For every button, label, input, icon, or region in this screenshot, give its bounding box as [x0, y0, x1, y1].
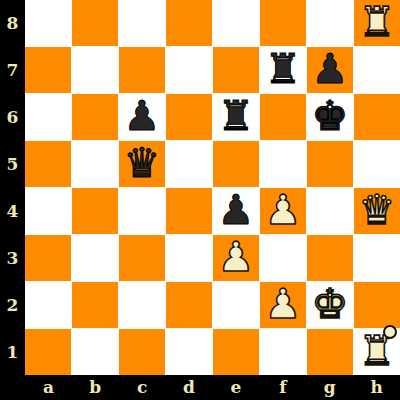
square-e8[interactable] [213, 0, 259, 46]
black-queen[interactable]: ♛ [124, 143, 161, 184]
file-label-a: a [25, 375, 72, 400]
rank-label-4: 4 [0, 188, 25, 235]
square-d8[interactable] [166, 0, 212, 46]
rank-label-3: 3 [0, 234, 25, 281]
white-king[interactable]: ♚ [312, 284, 349, 325]
square-a1[interactable] [25, 329, 71, 375]
square-b1[interactable] [72, 329, 118, 375]
square-e4[interactable]: ♟ [213, 188, 259, 234]
square-g8[interactable] [307, 0, 353, 46]
square-b6[interactable] [72, 94, 118, 140]
square-h8[interactable]: ♜ [354, 0, 400, 46]
rank-label-5: 5 [0, 141, 25, 188]
square-a3[interactable] [25, 235, 71, 281]
file-label-b: b [72, 375, 119, 400]
board: ♜♜♟♟♜♚♛♟♟♛♟♟♚♜ [25, 0, 400, 375]
black-rook[interactable]: ♜ [265, 49, 302, 90]
square-g6[interactable]: ♚ [307, 94, 353, 140]
square-a2[interactable] [25, 282, 71, 328]
rank-labels: 87654321 [0, 0, 25, 375]
file-label-g: g [306, 375, 353, 400]
square-b4[interactable] [72, 188, 118, 234]
square-b3[interactable] [72, 235, 118, 281]
square-a4[interactable] [25, 188, 71, 234]
square-f1[interactable] [260, 329, 306, 375]
square-f6[interactable] [260, 94, 306, 140]
rank-label-7: 7 [0, 47, 25, 94]
square-c6[interactable]: ♟ [119, 94, 165, 140]
square-c8[interactable] [119, 0, 165, 46]
black-pawn[interactable]: ♟ [124, 96, 161, 137]
square-g5[interactable] [307, 141, 353, 187]
square-b8[interactable] [72, 0, 118, 46]
rank-label-2: 2 [0, 281, 25, 328]
file-labels: abcdefgh [25, 375, 400, 400]
square-c3[interactable] [119, 235, 165, 281]
white-pawn[interactable]: ♟ [265, 284, 302, 325]
square-e7[interactable] [213, 47, 259, 93]
square-d4[interactable] [166, 188, 212, 234]
square-b2[interactable] [72, 282, 118, 328]
square-d3[interactable] [166, 235, 212, 281]
black-rook[interactable]: ♜ [218, 96, 255, 137]
square-h7[interactable] [354, 47, 400, 93]
square-a5[interactable] [25, 141, 71, 187]
square-b7[interactable] [72, 47, 118, 93]
square-f7[interactable]: ♜ [260, 47, 306, 93]
square-c7[interactable] [119, 47, 165, 93]
file-label-e: e [213, 375, 260, 400]
black-pawn[interactable]: ♟ [312, 49, 349, 90]
square-g3[interactable] [307, 235, 353, 281]
square-h6[interactable] [354, 94, 400, 140]
rank-label-8: 8 [0, 0, 25, 47]
square-g2[interactable]: ♚ [307, 282, 353, 328]
white-queen[interactable]: ♛ [359, 190, 396, 231]
square-d6[interactable] [166, 94, 212, 140]
square-e2[interactable] [213, 282, 259, 328]
file-label-f: f [259, 375, 306, 400]
square-c2[interactable] [119, 282, 165, 328]
square-f8[interactable] [260, 0, 306, 46]
black-king[interactable]: ♚ [312, 96, 349, 137]
square-h3[interactable] [354, 235, 400, 281]
square-d2[interactable] [166, 282, 212, 328]
square-a7[interactable] [25, 47, 71, 93]
square-g4[interactable] [307, 188, 353, 234]
file-label-c: c [119, 375, 166, 400]
square-f4[interactable]: ♟ [260, 188, 306, 234]
square-a6[interactable] [25, 94, 71, 140]
white-pawn[interactable]: ♟ [218, 237, 255, 278]
square-g1[interactable] [307, 329, 353, 375]
square-e6[interactable]: ♜ [213, 94, 259, 140]
file-label-d: d [166, 375, 213, 400]
square-c4[interactable] [119, 188, 165, 234]
square-c5[interactable]: ♛ [119, 141, 165, 187]
square-e1[interactable] [213, 329, 259, 375]
square-h5[interactable] [354, 141, 400, 187]
square-h2[interactable] [354, 282, 400, 328]
square-f2[interactable]: ♟ [260, 282, 306, 328]
square-f3[interactable] [260, 235, 306, 281]
square-h4[interactable]: ♛ [354, 188, 400, 234]
black-pawn[interactable]: ♟ [218, 190, 255, 231]
square-d7[interactable] [166, 47, 212, 93]
white-rook[interactable]: ♜ [359, 2, 396, 43]
square-e5[interactable] [213, 141, 259, 187]
square-d1[interactable] [166, 329, 212, 375]
square-d5[interactable] [166, 141, 212, 187]
square-b5[interactable] [72, 141, 118, 187]
file-label-h: h [353, 375, 400, 400]
rank-label-6: 6 [0, 94, 25, 141]
white-pawn[interactable]: ♟ [265, 190, 302, 231]
square-g7[interactable]: ♟ [307, 47, 353, 93]
chess-board-screen: 87654321 ♜♜♟♟♜♚♛♟♟♛♟♟♚♜ abcdefgh [0, 0, 400, 400]
square-e3[interactable]: ♟ [213, 235, 259, 281]
cursor-dot [383, 325, 397, 339]
square-a8[interactable] [25, 0, 71, 46]
square-f5[interactable] [260, 141, 306, 187]
square-c1[interactable] [119, 329, 165, 375]
rank-label-1: 1 [0, 328, 25, 375]
